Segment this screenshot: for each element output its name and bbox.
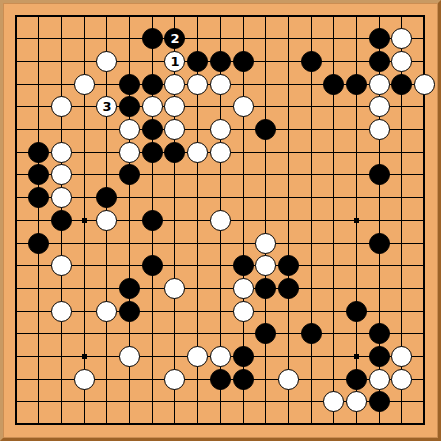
grid-line-vertical: [265, 16, 266, 424]
grid-line-horizontal: [16, 265, 424, 266]
stone-white: [391, 369, 412, 390]
stone-white: [210, 210, 231, 231]
stone-black: [369, 51, 390, 72]
move-number-label: 1: [170, 55, 179, 68]
stone-black: [369, 28, 390, 49]
star-point: [354, 218, 359, 223]
stone-white: [51, 301, 72, 322]
stone-white: [369, 119, 390, 140]
stone-black: [255, 278, 276, 299]
stone-white: [210, 346, 231, 367]
stone-white: [414, 74, 435, 95]
stone-black: [142, 255, 163, 276]
stone-black: [51, 210, 72, 231]
stone-white: [278, 369, 299, 390]
grid-line-horizontal: [16, 288, 424, 289]
stone-black: [301, 51, 322, 72]
stone-black: [233, 369, 254, 390]
stone-black: [142, 210, 163, 231]
stone-black: [119, 301, 140, 322]
stone-black: [210, 369, 231, 390]
stone-white: [119, 142, 140, 163]
stone-white: [391, 346, 412, 367]
stone-black: [346, 369, 367, 390]
stone-white: [369, 96, 390, 117]
stone-white: [74, 369, 95, 390]
stone-white: [255, 233, 276, 254]
stone-white: [233, 278, 254, 299]
stone-white: [369, 369, 390, 390]
stone-black: [391, 74, 412, 95]
stone-white: [96, 301, 117, 322]
stone-white: [187, 346, 208, 367]
stone-white: [233, 96, 254, 117]
move-number-label: 2: [170, 32, 179, 45]
stone-white: [187, 74, 208, 95]
stone-black: [142, 119, 163, 140]
grid-line-horizontal: [16, 333, 424, 334]
star-point: [82, 218, 87, 223]
stone-black: [369, 233, 390, 254]
stone-black: [278, 255, 299, 276]
stone-white: [119, 346, 140, 367]
stone-white: [164, 369, 185, 390]
stone-white: [210, 119, 231, 140]
stone-black: [369, 323, 390, 344]
stone-black: [278, 278, 299, 299]
stone-black: [301, 323, 322, 344]
star-point: [82, 354, 87, 359]
go-board-frame: 213: [0, 0, 441, 441]
move-number-label: 3: [102, 100, 111, 113]
stone-black: [233, 346, 254, 367]
stone-white: [74, 74, 95, 95]
stone-white: [187, 142, 208, 163]
stone-black: [346, 301, 367, 322]
grid-line-vertical: [311, 16, 312, 424]
stone-black: [142, 74, 163, 95]
stone-white: [233, 301, 254, 322]
grid-line-vertical: [288, 16, 289, 424]
star-point: [354, 354, 359, 359]
stone-white: [346, 391, 367, 412]
stone-white: [210, 142, 231, 163]
stone-black: [142, 142, 163, 163]
stone-black: [369, 164, 390, 185]
stone-black: [119, 74, 140, 95]
stone-black: [233, 255, 254, 276]
stone-black: [369, 346, 390, 367]
stone-white: [210, 74, 231, 95]
stone-black: [233, 51, 254, 72]
stone-black: [346, 74, 367, 95]
stone-black: [28, 233, 49, 254]
stone-white: [51, 142, 72, 163]
stone-black: [119, 278, 140, 299]
stone-black: [369, 391, 390, 412]
stone-black: [210, 51, 231, 72]
stone-black: [323, 74, 344, 95]
stone-white: [369, 74, 390, 95]
grid-line-horizontal: [16, 243, 424, 244]
